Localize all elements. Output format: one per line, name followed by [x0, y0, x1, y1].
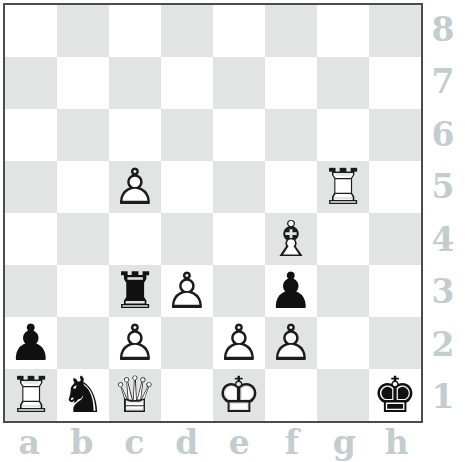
square-b4[interactable] [57, 213, 109, 265]
square-e7[interactable] [213, 57, 265, 109]
white-piece-outline: ♗ [265, 213, 317, 265]
square-f8[interactable] [265, 5, 317, 57]
square-c2[interactable]: ♟♙ [109, 317, 161, 369]
black-piece-glyph: ♞ [57, 369, 109, 421]
square-f5[interactable] [265, 161, 317, 213]
square-d1[interactable] [161, 369, 213, 421]
square-e1[interactable]: ♚♔ [213, 369, 265, 421]
square-d7[interactable] [161, 57, 213, 109]
square-a5[interactable] [5, 161, 57, 213]
square-a8[interactable] [5, 5, 57, 57]
square-h5[interactable] [369, 161, 421, 213]
white-piece-outline: ♕ [109, 369, 161, 421]
square-d6[interactable] [161, 109, 213, 161]
square-c7[interactable] [109, 57, 161, 109]
square-g3[interactable] [317, 265, 369, 317]
square-b8[interactable] [57, 5, 109, 57]
square-e5[interactable] [213, 161, 265, 213]
square-d2[interactable] [161, 317, 213, 369]
square-g5[interactable]: ♜♖ [317, 161, 369, 213]
file-label-c: c [108, 424, 161, 462]
square-a6[interactable] [5, 109, 57, 161]
rank-labels: 87654321 [424, 3, 462, 423]
white-pawn-c5[interactable]: ♟♙ [109, 161, 161, 213]
square-b3[interactable] [57, 265, 109, 317]
square-c1[interactable]: ♛♕ [109, 369, 161, 421]
square-b1[interactable]: ♞ [57, 369, 109, 421]
square-c8[interactable] [109, 5, 161, 57]
black-piece-glyph: ♟ [265, 265, 317, 317]
black-pawn-f3[interactable]: ♟ [265, 265, 317, 317]
file-label-b: b [56, 424, 109, 462]
square-c3[interactable]: ♜ [109, 265, 161, 317]
square-a2[interactable]: ♟ [5, 317, 57, 369]
chessboard: ♟♙♜♖♝♗♜♟♙♟♟♟♙♟♙♟♙♜♖♞♛♕♚♔♚ [3, 3, 423, 423]
square-e4[interactable] [213, 213, 265, 265]
white-piece-outline: ♖ [5, 369, 57, 421]
square-d5[interactable] [161, 161, 213, 213]
white-piece-outline: ♙ [109, 317, 161, 369]
white-pawn-e2[interactable]: ♟♙ [213, 317, 265, 369]
square-a3[interactable] [5, 265, 57, 317]
square-g8[interactable] [317, 5, 369, 57]
square-f1[interactable] [265, 369, 317, 421]
square-h1[interactable]: ♚ [369, 369, 421, 421]
rank-label-6: 6 [424, 108, 462, 161]
white-bishop-f4[interactable]: ♝♗ [265, 213, 317, 265]
square-g6[interactable] [317, 109, 369, 161]
square-a1[interactable]: ♜♖ [5, 369, 57, 421]
square-d8[interactable] [161, 5, 213, 57]
square-f4[interactable]: ♝♗ [265, 213, 317, 265]
square-h2[interactable] [369, 317, 421, 369]
white-rook-a1[interactable]: ♜♖ [5, 369, 57, 421]
file-labels: abcdefgh [3, 424, 423, 462]
square-c5[interactable]: ♟♙ [109, 161, 161, 213]
square-d4[interactable] [161, 213, 213, 265]
square-f6[interactable] [265, 109, 317, 161]
black-piece-glyph: ♜ [109, 265, 161, 317]
file-label-h: h [371, 424, 424, 462]
square-h7[interactable] [369, 57, 421, 109]
square-e3[interactable] [213, 265, 265, 317]
rank-label-7: 7 [424, 56, 462, 109]
square-g2[interactable] [317, 317, 369, 369]
square-f3[interactable]: ♟ [265, 265, 317, 317]
white-piece-outline: ♔ [213, 369, 265, 421]
white-piece-outline: ♖ [317, 161, 369, 213]
rank-label-1: 1 [424, 371, 462, 424]
white-pawn-f2[interactable]: ♟♙ [265, 317, 317, 369]
square-h4[interactable] [369, 213, 421, 265]
white-piece-outline: ♙ [109, 161, 161, 213]
square-g4[interactable] [317, 213, 369, 265]
square-b6[interactable] [57, 109, 109, 161]
file-label-a: a [3, 424, 56, 462]
white-pawn-d3[interactable]: ♟♙ [161, 265, 213, 317]
black-king-h1[interactable]: ♚ [369, 369, 421, 421]
black-piece-glyph: ♚ [369, 369, 421, 421]
white-king-e1[interactable]: ♚♔ [213, 369, 265, 421]
white-queen-c1[interactable]: ♛♕ [109, 369, 161, 421]
rank-label-4: 4 [424, 213, 462, 266]
rank-label-5: 5 [424, 161, 462, 214]
black-pawn-a2[interactable]: ♟ [5, 317, 57, 369]
square-f7[interactable] [265, 57, 317, 109]
white-rook-g5[interactable]: ♜♖ [317, 161, 369, 213]
file-label-d: d [161, 424, 214, 462]
rank-label-3: 3 [424, 266, 462, 319]
white-piece-outline: ♙ [161, 265, 213, 317]
black-piece-glyph: ♟ [5, 317, 57, 369]
square-h3[interactable] [369, 265, 421, 317]
square-b5[interactable] [57, 161, 109, 213]
rank-label-8: 8 [424, 3, 462, 56]
square-c6[interactable] [109, 109, 161, 161]
square-b2[interactable] [57, 317, 109, 369]
square-e6[interactable] [213, 109, 265, 161]
file-label-g: g [318, 424, 371, 462]
square-g7[interactable] [317, 57, 369, 109]
square-d3[interactable]: ♟♙ [161, 265, 213, 317]
square-e2[interactable]: ♟♙ [213, 317, 265, 369]
square-h6[interactable] [369, 109, 421, 161]
square-b7[interactable] [57, 57, 109, 109]
black-rook-c3[interactable]: ♜ [109, 265, 161, 317]
white-piece-outline: ♙ [213, 317, 265, 369]
square-a7[interactable] [5, 57, 57, 109]
file-label-f: f [266, 424, 319, 462]
square-e8[interactable] [213, 5, 265, 57]
white-piece-outline: ♙ [265, 317, 317, 369]
rank-label-2: 2 [424, 318, 462, 371]
square-c4[interactable] [109, 213, 161, 265]
white-pawn-c2[interactable]: ♟♙ [109, 317, 161, 369]
square-h8[interactable] [369, 5, 421, 57]
chess-diagram: ♟♙♜♖♝♗♜♟♙♟♟♟♙♟♙♟♙♜♖♞♛♕♚♔♚ abcdefgh 87654… [0, 0, 465, 462]
black-knight-b1[interactable]: ♞ [57, 369, 109, 421]
square-a4[interactable] [5, 213, 57, 265]
square-f2[interactable]: ♟♙ [265, 317, 317, 369]
file-label-e: e [213, 424, 266, 462]
square-g1[interactable] [317, 369, 369, 421]
